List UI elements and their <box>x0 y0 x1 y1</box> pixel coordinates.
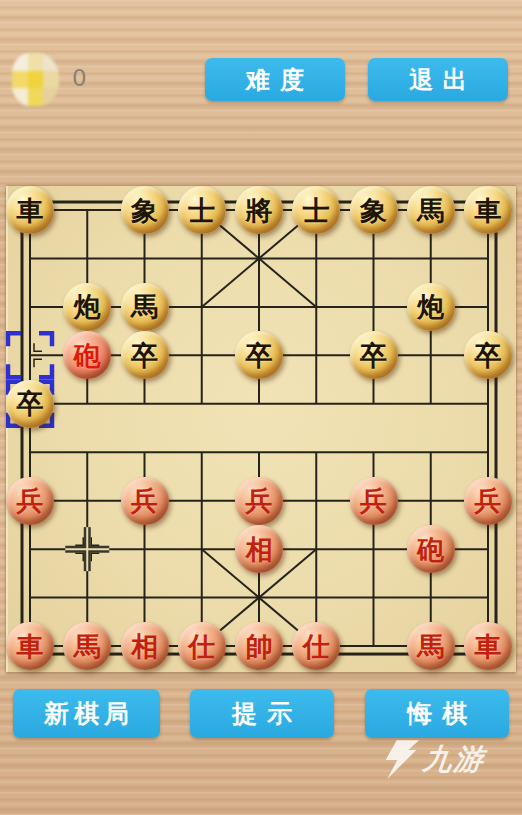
hint-button[interactable]: 提示 <box>190 689 334 738</box>
piece-red-chariot[interactable]: 車 <box>464 622 512 670</box>
piece-black-general[interactable]: 將 <box>235 186 283 234</box>
piece-red-horse[interactable]: 馬 <box>63 622 111 670</box>
coin-icon <box>12 53 59 106</box>
piece-red-cannon[interactable]: 砲 <box>407 525 455 573</box>
piece-red-elephant[interactable]: 相 <box>235 525 283 573</box>
undo-button[interactable]: 悔棋 <box>365 689 509 738</box>
piece-red-elephant[interactable]: 相 <box>121 622 169 670</box>
niugame-logo-icon <box>380 738 421 782</box>
coin-count: 0 <box>72 65 87 91</box>
watermark: 九游 <box>380 738 488 782</box>
piece-black-cannon[interactable]: 炮 <box>63 283 111 331</box>
difficulty-button[interactable]: 难度 <box>205 58 345 101</box>
new-game-button[interactable]: 新棋局 <box>13 689 160 738</box>
watermark-text: 九游 <box>421 740 487 780</box>
piece-black-advisor[interactable]: 士 <box>292 186 340 234</box>
piece-black-chariot[interactable]: 車 <box>6 186 54 234</box>
piece-black-elephant[interactable]: 象 <box>350 186 398 234</box>
piece-red-advisor[interactable]: 仕 <box>292 622 340 670</box>
piece-black-advisor[interactable]: 士 <box>178 186 226 234</box>
piece-red-soldier[interactable]: 兵 <box>350 477 398 525</box>
app-screen: 0 难度 退出 車象士將士象馬車炮馬炮卒卒卒卒卒砲兵兵兵兵兵相砲車馬相仕帥仕馬車… <box>0 0 522 815</box>
piece-red-general[interactable]: 帥 <box>235 622 283 670</box>
piece-red-soldier[interactable]: 兵 <box>121 477 169 525</box>
piece-black-horse[interactable]: 馬 <box>407 186 455 234</box>
piece-red-soldier[interactable]: 兵 <box>464 477 512 525</box>
piece-red-horse[interactable]: 馬 <box>407 622 455 670</box>
piece-black-elephant[interactable]: 象 <box>121 186 169 234</box>
piece-black-soldier[interactable]: 卒 <box>350 331 398 379</box>
piece-black-soldier[interactable]: 卒 <box>464 331 512 379</box>
piece-black-chariot[interactable]: 車 <box>464 186 512 234</box>
piece-red-cannon[interactable]: 砲 <box>63 331 111 379</box>
piece-black-cannon[interactable]: 炮 <box>407 283 455 331</box>
piece-black-horse[interactable]: 馬 <box>121 283 169 331</box>
pieces-layer: 車象士將士象馬車炮馬炮卒卒卒卒卒砲兵兵兵兵兵相砲車馬相仕帥仕馬車 <box>6 186 516 672</box>
piece-red-soldier[interactable]: 兵 <box>6 477 54 525</box>
piece-red-advisor[interactable]: 仕 <box>178 622 226 670</box>
piece-black-soldier[interactable]: 卒 <box>6 380 54 428</box>
piece-black-soldier[interactable]: 卒 <box>121 331 169 379</box>
piece-red-soldier[interactable]: 兵 <box>235 477 283 525</box>
piece-black-soldier[interactable]: 卒 <box>235 331 283 379</box>
exit-button[interactable]: 退出 <box>368 58 508 101</box>
piece-red-chariot[interactable]: 車 <box>6 622 54 670</box>
xiangqi-board[interactable]: 車象士將士象馬車炮馬炮卒卒卒卒卒砲兵兵兵兵兵相砲車馬相仕帥仕馬車 <box>6 186 516 672</box>
